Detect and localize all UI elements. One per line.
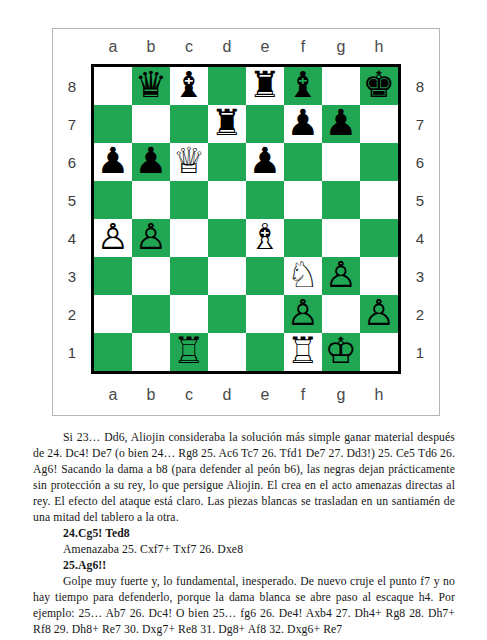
square-e1 bbox=[246, 333, 284, 371]
square-h1 bbox=[360, 333, 398, 371]
square-b2 bbox=[132, 295, 170, 333]
black-pawn-icon: ♟ bbox=[325, 104, 357, 142]
square-f5 bbox=[284, 181, 322, 219]
commentary-text: Si 23… Dd6, Aliojin consideraba la soluc… bbox=[33, 430, 455, 638]
black-pawn-icon: ♟ bbox=[249, 142, 281, 180]
file-label-e: e bbox=[246, 386, 284, 404]
square-g1: ♔ bbox=[322, 333, 360, 371]
square-e7 bbox=[246, 105, 284, 143]
square-e3 bbox=[246, 257, 284, 295]
file-label-b: b bbox=[132, 38, 170, 56]
rank-label-1: 1 bbox=[401, 333, 439, 371]
square-a8 bbox=[94, 67, 132, 105]
square-h7 bbox=[360, 105, 398, 143]
black-queen-icon: ♛ bbox=[135, 66, 167, 104]
file-label-e: e bbox=[246, 38, 284, 56]
chess-diagram: abcdefgh 87654321 ♛♝♜♝♚♜♟♟♟♟♕♟♙♙♗♘♙♙♙♖♖♔… bbox=[52, 28, 440, 416]
square-g2 bbox=[322, 295, 360, 333]
rank-label-4: 4 bbox=[401, 219, 439, 257]
square-h5 bbox=[360, 181, 398, 219]
square-f7: ♟ bbox=[284, 105, 322, 143]
move-line-25: 25.Ag6!! bbox=[33, 558, 455, 574]
square-h2: ♙ bbox=[360, 295, 398, 333]
square-b3 bbox=[132, 257, 170, 295]
rank-label-3: 3 bbox=[53, 257, 91, 295]
square-f2: ♙ bbox=[284, 295, 322, 333]
move-annotation: Amenazaba 25. Cxf7+ Txf7 26. Dxe8 bbox=[33, 542, 455, 558]
analysis-paragraph: Si 23… Dd6, Aliojin consideraba la soluc… bbox=[33, 430, 455, 526]
square-g6 bbox=[322, 143, 360, 181]
square-a2 bbox=[94, 295, 132, 333]
rank-label-2: 2 bbox=[401, 295, 439, 333]
square-d4 bbox=[208, 219, 246, 257]
square-c1: ♖ bbox=[170, 333, 208, 371]
square-g5 bbox=[322, 181, 360, 219]
square-f4 bbox=[284, 219, 322, 257]
black-rook-icon: ♜ bbox=[211, 104, 243, 142]
file-label-a: a bbox=[94, 386, 132, 404]
rank-label-3: 3 bbox=[401, 257, 439, 295]
rank-label-5: 5 bbox=[401, 181, 439, 219]
black-bishop-icon: ♝ bbox=[287, 66, 319, 104]
black-rook-icon: ♜ bbox=[249, 66, 281, 104]
black-pawn-icon: ♟ bbox=[135, 142, 167, 180]
white-knight-icon: ♘ bbox=[287, 256, 319, 294]
file-label-d: d bbox=[208, 386, 246, 404]
white-bishop-icon: ♗ bbox=[249, 218, 281, 256]
file-label-h: h bbox=[360, 38, 398, 56]
square-g3: ♙ bbox=[322, 257, 360, 295]
file-label-a: a bbox=[94, 38, 132, 56]
square-h6 bbox=[360, 143, 398, 181]
rank-labels-right: 87654321 bbox=[401, 64, 439, 374]
square-f6 bbox=[284, 143, 322, 181]
square-h4 bbox=[360, 219, 398, 257]
rank-label-6: 6 bbox=[401, 143, 439, 181]
square-f3: ♘ bbox=[284, 257, 322, 295]
file-label-g: g bbox=[322, 386, 360, 404]
white-rook-icon: ♖ bbox=[173, 332, 205, 370]
square-e8: ♜ bbox=[246, 67, 284, 105]
black-king-icon: ♚ bbox=[363, 66, 395, 104]
square-b8: ♛ bbox=[132, 67, 170, 105]
square-e6: ♟ bbox=[246, 143, 284, 181]
file-labels-top: abcdefgh bbox=[53, 29, 439, 64]
black-pawn-icon: ♟ bbox=[97, 142, 129, 180]
square-b4: ♙ bbox=[132, 219, 170, 257]
rank-labels-left: 87654321 bbox=[53, 64, 91, 374]
square-a7 bbox=[94, 105, 132, 143]
square-b6: ♟ bbox=[132, 143, 170, 181]
rank-label-6: 6 bbox=[53, 143, 91, 181]
square-d3 bbox=[208, 257, 246, 295]
file-labels-bottom: abcdefgh bbox=[53, 374, 439, 415]
rank-label-7: 7 bbox=[53, 105, 91, 143]
square-f8: ♝ bbox=[284, 67, 322, 105]
analysis-paragraph-2: Golpe muy fuerte y, lo fundamental, ines… bbox=[33, 574, 455, 638]
square-a1 bbox=[94, 333, 132, 371]
rank-label-8: 8 bbox=[401, 67, 439, 105]
square-c7 bbox=[170, 105, 208, 143]
chess-board: ♛♝♜♝♚♜♟♟♟♟♕♟♙♙♗♘♙♙♙♖♖♔ bbox=[91, 64, 401, 374]
white-pawn-icon: ♙ bbox=[97, 218, 129, 256]
square-d5 bbox=[208, 181, 246, 219]
square-c8: ♝ bbox=[170, 67, 208, 105]
white-pawn-icon: ♙ bbox=[325, 256, 357, 294]
square-d2 bbox=[208, 295, 246, 333]
rank-label-5: 5 bbox=[53, 181, 91, 219]
rank-label-8: 8 bbox=[53, 67, 91, 105]
file-label-f: f bbox=[284, 386, 322, 404]
square-d6 bbox=[208, 143, 246, 181]
square-g7: ♟ bbox=[322, 105, 360, 143]
square-d7: ♜ bbox=[208, 105, 246, 143]
square-a4: ♙ bbox=[94, 219, 132, 257]
file-label-c: c bbox=[170, 386, 208, 404]
file-label-h: h bbox=[360, 386, 398, 404]
rank-label-1: 1 bbox=[53, 333, 91, 371]
rank-label-2: 2 bbox=[53, 295, 91, 333]
white-rook-icon: ♖ bbox=[287, 332, 319, 370]
file-label-d: d bbox=[208, 38, 246, 56]
white-king-icon: ♔ bbox=[325, 332, 357, 370]
white-queen-icon: ♕ bbox=[173, 142, 205, 180]
white-pawn-icon: ♙ bbox=[135, 218, 167, 256]
move-line-24: 24.Cg5! Ted8 bbox=[33, 526, 455, 542]
rank-label-4: 4 bbox=[53, 219, 91, 257]
square-a5 bbox=[94, 181, 132, 219]
white-pawn-icon: ♙ bbox=[287, 294, 319, 332]
square-d1 bbox=[208, 333, 246, 371]
square-c3 bbox=[170, 257, 208, 295]
square-f1: ♖ bbox=[284, 333, 322, 371]
square-e2 bbox=[246, 295, 284, 333]
square-c6: ♕ bbox=[170, 143, 208, 181]
square-b5 bbox=[132, 181, 170, 219]
square-h3 bbox=[360, 257, 398, 295]
black-pawn-icon: ♟ bbox=[287, 104, 319, 142]
square-e4: ♗ bbox=[246, 219, 284, 257]
square-d8 bbox=[208, 67, 246, 105]
square-c2 bbox=[170, 295, 208, 333]
white-pawn-icon: ♙ bbox=[363, 294, 395, 332]
square-b1 bbox=[132, 333, 170, 371]
file-label-c: c bbox=[170, 38, 208, 56]
square-e5 bbox=[246, 181, 284, 219]
square-c4 bbox=[170, 219, 208, 257]
square-g8 bbox=[322, 67, 360, 105]
square-a3 bbox=[94, 257, 132, 295]
square-b7 bbox=[132, 105, 170, 143]
square-c5 bbox=[170, 181, 208, 219]
rank-label-7: 7 bbox=[401, 105, 439, 143]
file-label-b: b bbox=[132, 386, 170, 404]
black-bishop-icon: ♝ bbox=[173, 66, 205, 104]
square-h8: ♚ bbox=[360, 67, 398, 105]
file-label-g: g bbox=[322, 38, 360, 56]
square-g4 bbox=[322, 219, 360, 257]
file-label-f: f bbox=[284, 38, 322, 56]
square-a6: ♟ bbox=[94, 143, 132, 181]
